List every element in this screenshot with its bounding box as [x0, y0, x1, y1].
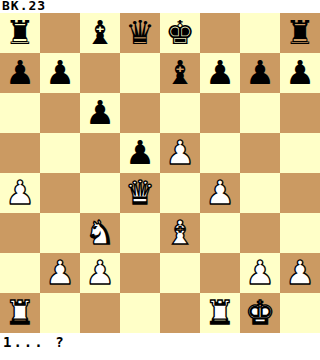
- white-pawn-h2[interactable]: ♟: [280, 253, 320, 293]
- square-h7[interactable]: ♟: [280, 53, 320, 93]
- square-b4[interactable]: [40, 173, 80, 213]
- square-d8[interactable]: ♛: [120, 13, 160, 53]
- square-h8[interactable]: ♜: [280, 13, 320, 53]
- square-f4[interactable]: ♟: [200, 173, 240, 213]
- square-a4[interactable]: ♟: [0, 173, 40, 213]
- white-queen-d4[interactable]: ♛: [120, 173, 160, 213]
- white-rook-f1[interactable]: ♜: [200, 293, 240, 333]
- square-e4[interactable]: [160, 173, 200, 213]
- square-b3[interactable]: [40, 213, 80, 253]
- square-c1[interactable]: [80, 293, 120, 333]
- square-c4[interactable]: [80, 173, 120, 213]
- square-d2[interactable]: [120, 253, 160, 293]
- white-pawn-e5[interactable]: ♟: [160, 133, 200, 173]
- square-a6[interactable]: [0, 93, 40, 133]
- square-f1[interactable]: ♜: [200, 293, 240, 333]
- square-g1[interactable]: ♚: [240, 293, 280, 333]
- square-a3[interactable]: [0, 213, 40, 253]
- square-f5[interactable]: [200, 133, 240, 173]
- black-pawn-d5[interactable]: ♟: [120, 133, 160, 173]
- square-c6[interactable]: ♟: [80, 93, 120, 133]
- square-g7[interactable]: ♟: [240, 53, 280, 93]
- square-f3[interactable]: [200, 213, 240, 253]
- black-bishop-e7[interactable]: ♝: [160, 53, 200, 93]
- square-e8[interactable]: ♚: [160, 13, 200, 53]
- square-b6[interactable]: [40, 93, 80, 133]
- square-d1[interactable]: [120, 293, 160, 333]
- black-pawn-h7[interactable]: ♟: [280, 53, 320, 93]
- square-h3[interactable]: [280, 213, 320, 253]
- square-f7[interactable]: ♟: [200, 53, 240, 93]
- square-c7[interactable]: [80, 53, 120, 93]
- black-pawn-b7[interactable]: ♟: [40, 53, 80, 93]
- square-c2[interactable]: ♟: [80, 253, 120, 293]
- square-c8[interactable]: ♝: [80, 13, 120, 53]
- square-a1[interactable]: ♜: [0, 293, 40, 333]
- black-bishop-c8[interactable]: ♝: [80, 13, 120, 53]
- white-king-g1[interactable]: ♚: [240, 293, 280, 333]
- square-h6[interactable]: [280, 93, 320, 133]
- white-rook-a1[interactable]: ♜: [0, 293, 40, 333]
- square-b5[interactable]: [40, 133, 80, 173]
- square-f6[interactable]: [200, 93, 240, 133]
- white-pawn-f4[interactable]: ♟: [200, 173, 240, 213]
- square-c3[interactable]: ♞: [80, 213, 120, 253]
- square-h5[interactable]: [280, 133, 320, 173]
- square-c5[interactable]: [80, 133, 120, 173]
- square-b2[interactable]: ♟: [40, 253, 80, 293]
- black-queen-d8[interactable]: ♛: [120, 13, 160, 53]
- square-g2[interactable]: ♟: [240, 253, 280, 293]
- diagram-label: BK.23: [2, 0, 46, 13]
- square-d7[interactable]: [120, 53, 160, 93]
- black-king-e8[interactable]: ♚: [160, 13, 200, 53]
- black-rook-a8[interactable]: ♜: [0, 13, 40, 53]
- square-g6[interactable]: [240, 93, 280, 133]
- square-g4[interactable]: [240, 173, 280, 213]
- move-prompt: 1... ?: [3, 334, 66, 350]
- square-a8[interactable]: ♜: [0, 13, 40, 53]
- square-b7[interactable]: ♟: [40, 53, 80, 93]
- black-rook-h8[interactable]: ♜: [280, 13, 320, 53]
- black-pawn-c6[interactable]: ♟: [80, 93, 120, 133]
- square-a2[interactable]: [0, 253, 40, 293]
- black-pawn-f7[interactable]: ♟: [200, 53, 240, 93]
- square-f8[interactable]: [200, 13, 240, 53]
- square-e6[interactable]: [160, 93, 200, 133]
- square-e1[interactable]: [160, 293, 200, 333]
- square-e7[interactable]: ♝: [160, 53, 200, 93]
- black-pawn-g7[interactable]: ♟: [240, 53, 280, 93]
- white-pawn-g2[interactable]: ♟: [240, 253, 280, 293]
- square-g5[interactable]: [240, 133, 280, 173]
- white-bishop-e3[interactable]: ♝: [160, 213, 200, 253]
- square-f2[interactable]: [200, 253, 240, 293]
- square-h4[interactable]: [280, 173, 320, 213]
- square-d5[interactable]: ♟: [120, 133, 160, 173]
- white-pawn-c2[interactable]: ♟: [80, 253, 120, 293]
- chess-board: ♜♝♛♚♜♟♟♝♟♟♟♟♟♟♟♛♟♞♝♟♟♟♟♜♜♚: [0, 13, 320, 333]
- square-b8[interactable]: [40, 13, 80, 53]
- white-pawn-a4[interactable]: ♟: [0, 173, 40, 213]
- black-pawn-a7[interactable]: ♟: [0, 53, 40, 93]
- square-e3[interactable]: ♝: [160, 213, 200, 253]
- square-e2[interactable]: [160, 253, 200, 293]
- square-h2[interactable]: ♟: [280, 253, 320, 293]
- square-a7[interactable]: ♟: [0, 53, 40, 93]
- square-b1[interactable]: [40, 293, 80, 333]
- square-d4[interactable]: ♛: [120, 173, 160, 213]
- square-d6[interactable]: [120, 93, 160, 133]
- square-h1[interactable]: [280, 293, 320, 333]
- square-g3[interactable]: [240, 213, 280, 253]
- square-e5[interactable]: ♟: [160, 133, 200, 173]
- square-g8[interactable]: [240, 13, 280, 53]
- white-pawn-b2[interactable]: ♟: [40, 253, 80, 293]
- white-knight-c3[interactable]: ♞: [80, 213, 120, 253]
- square-a5[interactable]: [0, 133, 40, 173]
- square-d3[interactable]: [120, 213, 160, 253]
